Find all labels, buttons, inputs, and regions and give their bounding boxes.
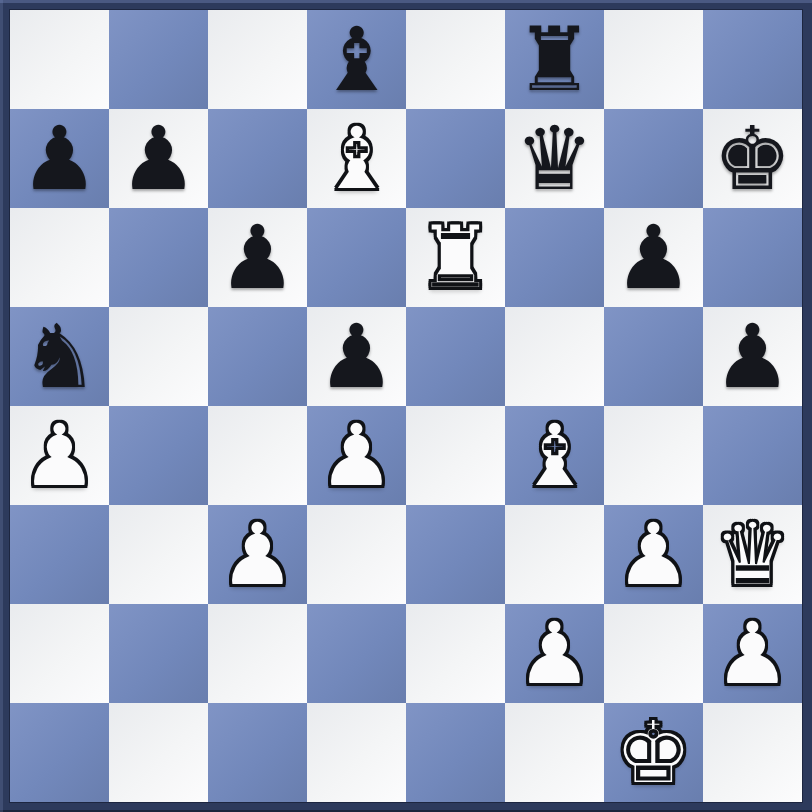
piece-white-rook[interactable]: ♜ <box>416 214 495 302</box>
piece-black-pawn[interactable]: ♟ <box>218 214 297 302</box>
square-b3[interactable] <box>109 505 208 604</box>
piece-white-pawn[interactable]: ♟ <box>713 610 792 698</box>
square-g2[interactable] <box>604 604 703 703</box>
square-h8[interactable] <box>703 10 802 109</box>
square-f2[interactable]: ♟ <box>505 604 604 703</box>
square-a3[interactable] <box>10 505 109 604</box>
square-d8[interactable]: ♝ <box>307 10 406 109</box>
piece-black-pawn[interactable]: ♟ <box>713 313 792 401</box>
square-b4[interactable] <box>109 406 208 505</box>
piece-black-queen[interactable]: ♛ <box>515 115 594 203</box>
square-f1[interactable] <box>505 703 604 802</box>
square-g7[interactable] <box>604 109 703 208</box>
piece-white-queen[interactable]: ♛ <box>713 511 792 599</box>
square-f6[interactable] <box>505 208 604 307</box>
square-a5[interactable]: ♞ <box>10 307 109 406</box>
square-e2[interactable] <box>406 604 505 703</box>
square-e1[interactable] <box>406 703 505 802</box>
square-b8[interactable] <box>109 10 208 109</box>
piece-white-pawn[interactable]: ♟ <box>515 610 594 698</box>
piece-black-knight[interactable]: ♞ <box>20 313 99 401</box>
square-g4[interactable] <box>604 406 703 505</box>
square-h7[interactable]: ♚ <box>703 109 802 208</box>
square-b2[interactable] <box>109 604 208 703</box>
square-e6[interactable]: ♜ <box>406 208 505 307</box>
piece-black-bishop[interactable]: ♝ <box>317 16 396 104</box>
square-b5[interactable] <box>109 307 208 406</box>
square-h6[interactable] <box>703 208 802 307</box>
square-d4[interactable]: ♟ <box>307 406 406 505</box>
square-a2[interactable] <box>10 604 109 703</box>
square-b7[interactable]: ♟ <box>109 109 208 208</box>
square-c5[interactable] <box>208 307 307 406</box>
square-c1[interactable] <box>208 703 307 802</box>
square-f3[interactable] <box>505 505 604 604</box>
square-g6[interactable]: ♟ <box>604 208 703 307</box>
piece-white-bishop[interactable]: ♝ <box>515 412 594 500</box>
square-a6[interactable] <box>10 208 109 307</box>
piece-black-rook[interactable]: ♜ <box>515 16 594 104</box>
square-d6[interactable] <box>307 208 406 307</box>
square-b6[interactable] <box>109 208 208 307</box>
piece-white-king[interactable]: ♚ <box>614 709 693 797</box>
square-a1[interactable] <box>10 703 109 802</box>
square-d5[interactable]: ♟ <box>307 307 406 406</box>
square-a8[interactable] <box>10 10 109 109</box>
piece-black-pawn[interactable]: ♟ <box>119 115 198 203</box>
square-e4[interactable] <box>406 406 505 505</box>
square-h1[interactable] <box>703 703 802 802</box>
piece-white-pawn[interactable]: ♟ <box>218 511 297 599</box>
square-g5[interactable] <box>604 307 703 406</box>
square-f4[interactable]: ♝ <box>505 406 604 505</box>
piece-white-pawn[interactable]: ♟ <box>614 511 693 599</box>
square-c6[interactable]: ♟ <box>208 208 307 307</box>
square-f5[interactable] <box>505 307 604 406</box>
piece-white-pawn[interactable]: ♟ <box>317 412 396 500</box>
square-e7[interactable] <box>406 109 505 208</box>
square-c8[interactable] <box>208 10 307 109</box>
piece-white-pawn[interactable]: ♟ <box>20 412 99 500</box>
square-f7[interactable]: ♛ <box>505 109 604 208</box>
piece-black-pawn[interactable]: ♟ <box>20 115 99 203</box>
piece-black-pawn[interactable]: ♟ <box>614 214 693 302</box>
square-h5[interactable]: ♟ <box>703 307 802 406</box>
square-d7[interactable]: ♝ <box>307 109 406 208</box>
square-h4[interactable] <box>703 406 802 505</box>
square-e3[interactable] <box>406 505 505 604</box>
piece-white-bishop[interactable]: ♝ <box>317 115 396 203</box>
piece-black-king[interactable]: ♚ <box>713 115 792 203</box>
square-h3[interactable]: ♛ <box>703 505 802 604</box>
square-e5[interactable] <box>406 307 505 406</box>
square-g8[interactable] <box>604 10 703 109</box>
board-frame: ♝♜♟♟♝♛♚♟♜♟♞♟♟♟♟♝♟♟♛♟♟♚ <box>0 0 812 812</box>
square-f8[interactable]: ♜ <box>505 10 604 109</box>
square-c3[interactable]: ♟ <box>208 505 307 604</box>
square-h2[interactable]: ♟ <box>703 604 802 703</box>
square-d1[interactable] <box>307 703 406 802</box>
square-g1[interactable]: ♚ <box>604 703 703 802</box>
square-b1[interactable] <box>109 703 208 802</box>
square-a4[interactable]: ♟ <box>10 406 109 505</box>
square-g3[interactable]: ♟ <box>604 505 703 604</box>
square-d2[interactable] <box>307 604 406 703</box>
square-c2[interactable] <box>208 604 307 703</box>
chess-board: ♝♜♟♟♝♛♚♟♜♟♞♟♟♟♟♝♟♟♛♟♟♚ <box>10 10 802 802</box>
square-e8[interactable] <box>406 10 505 109</box>
square-c7[interactable] <box>208 109 307 208</box>
square-c4[interactable] <box>208 406 307 505</box>
square-a7[interactable]: ♟ <box>10 109 109 208</box>
piece-black-pawn[interactable]: ♟ <box>317 313 396 401</box>
square-d3[interactable] <box>307 505 406 604</box>
